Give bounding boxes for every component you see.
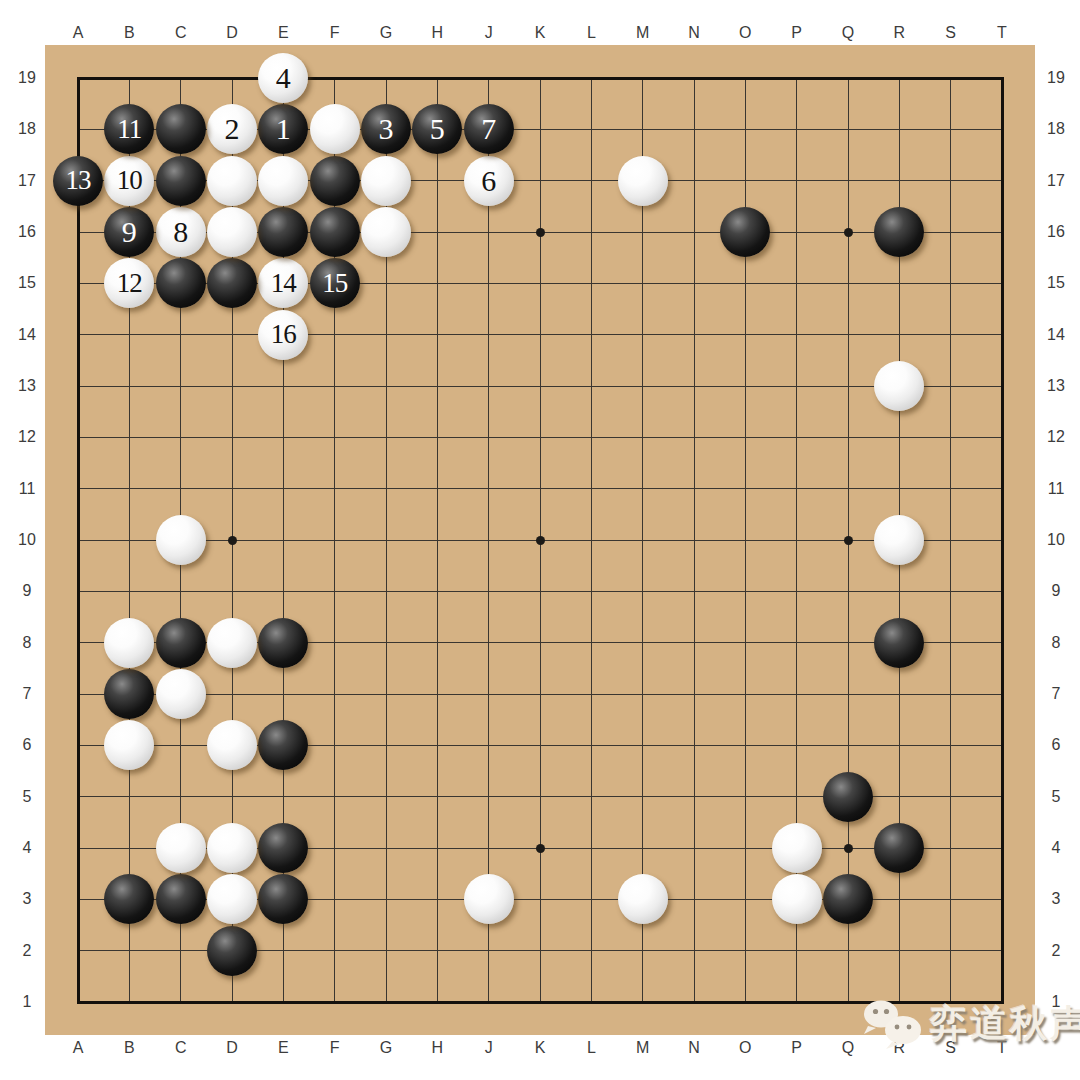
stone-black-O16 bbox=[720, 207, 770, 257]
stone-black-C15 bbox=[156, 258, 206, 308]
stone-white-C7 bbox=[156, 669, 206, 719]
stone-black-R4 bbox=[874, 823, 924, 873]
stone-white-B8 bbox=[104, 618, 154, 668]
coord-label-bottom-M: M bbox=[626, 1038, 660, 1058]
stone-white-E19: 4 bbox=[258, 53, 308, 103]
stone-white-E17 bbox=[258, 156, 308, 206]
stone-white-P3 bbox=[772, 874, 822, 924]
coord-label-top-R: R bbox=[882, 23, 916, 43]
coord-label-left-1: 1 bbox=[10, 992, 44, 1012]
stone-black-F16 bbox=[310, 207, 360, 257]
star-point-D10 bbox=[228, 536, 237, 545]
move-number: 11 bbox=[117, 116, 141, 143]
stone-black-F17 bbox=[310, 156, 360, 206]
coord-label-left-11: 11 bbox=[10, 479, 44, 499]
coord-label-bottom-K: K bbox=[523, 1038, 557, 1058]
star-point-Q10 bbox=[844, 536, 853, 545]
move-number: 5 bbox=[430, 114, 445, 144]
stone-black-B16: 9 bbox=[104, 207, 154, 257]
star-point-K16 bbox=[536, 228, 545, 237]
stone-white-G17 bbox=[361, 156, 411, 206]
stone-white-E14: 16 bbox=[258, 310, 308, 360]
star-point-Q16 bbox=[844, 228, 853, 237]
stone-white-J3 bbox=[464, 874, 514, 924]
move-number: 10 bbox=[117, 167, 142, 194]
stone-black-E4 bbox=[258, 823, 308, 873]
coord-label-top-B: B bbox=[112, 23, 146, 43]
coord-label-left-13: 13 bbox=[10, 376, 44, 396]
coord-label-left-3: 3 bbox=[10, 889, 44, 909]
move-number: 9 bbox=[122, 217, 137, 247]
stone-black-E8 bbox=[258, 618, 308, 668]
stone-black-E16 bbox=[258, 207, 308, 257]
coord-label-right-19: 19 bbox=[1039, 68, 1073, 88]
stone-white-C4 bbox=[156, 823, 206, 873]
coord-label-right-9: 9 bbox=[1039, 581, 1073, 601]
watermark-text: 弈道秋声 bbox=[930, 999, 1080, 1049]
move-number: 12 bbox=[117, 270, 142, 297]
move-number: 13 bbox=[66, 167, 91, 194]
coord-label-bottom-N: N bbox=[677, 1038, 711, 1058]
coord-label-bottom-L: L bbox=[574, 1038, 608, 1058]
move-number: 2 bbox=[225, 114, 240, 144]
coord-label-bottom-J: J bbox=[472, 1038, 506, 1058]
coord-label-right-7: 7 bbox=[1039, 684, 1073, 704]
coord-label-right-3: 3 bbox=[1039, 889, 1073, 909]
coord-label-top-H: H bbox=[420, 23, 454, 43]
coord-label-bottom-B: B bbox=[112, 1038, 146, 1058]
stone-black-D2 bbox=[207, 926, 257, 976]
coord-label-top-P: P bbox=[780, 23, 814, 43]
coord-label-left-6: 6 bbox=[10, 735, 44, 755]
coord-label-left-14: 14 bbox=[10, 325, 44, 345]
stone-black-C3 bbox=[156, 874, 206, 924]
coord-label-bottom-D: D bbox=[215, 1038, 249, 1058]
stone-black-R8 bbox=[874, 618, 924, 668]
stone-black-A17: 13 bbox=[53, 156, 103, 206]
stone-white-J17: 6 bbox=[464, 156, 514, 206]
stone-black-Q5 bbox=[823, 772, 873, 822]
stone-black-J18: 7 bbox=[464, 104, 514, 154]
stone-black-F15: 15 bbox=[310, 258, 360, 308]
coord-label-top-T: T bbox=[985, 23, 1019, 43]
coord-label-right-18: 18 bbox=[1039, 119, 1073, 139]
stone-white-G16 bbox=[361, 207, 411, 257]
star-point-K10 bbox=[536, 536, 545, 545]
stone-black-G18: 3 bbox=[361, 104, 411, 154]
coord-label-top-Q: Q bbox=[831, 23, 865, 43]
stone-black-D15 bbox=[207, 258, 257, 308]
star-point-Q4 bbox=[844, 844, 853, 853]
stone-black-Q3 bbox=[823, 874, 873, 924]
stone-black-C8 bbox=[156, 618, 206, 668]
coord-label-top-S: S bbox=[934, 23, 968, 43]
stone-white-R13 bbox=[874, 361, 924, 411]
coord-label-right-6: 6 bbox=[1039, 735, 1073, 755]
coord-label-left-9: 9 bbox=[10, 581, 44, 601]
stone-white-C10 bbox=[156, 515, 206, 565]
move-number: 8 bbox=[173, 217, 188, 247]
coord-label-top-D: D bbox=[215, 23, 249, 43]
move-number: 4 bbox=[276, 63, 291, 93]
coord-label-right-13: 13 bbox=[1039, 376, 1073, 396]
coord-label-left-15: 15 bbox=[10, 273, 44, 293]
coord-label-bottom-C: C bbox=[164, 1038, 198, 1058]
stone-white-D18: 2 bbox=[207, 104, 257, 154]
stone-black-R16 bbox=[874, 207, 924, 257]
wechat-icon bbox=[862, 999, 924, 1049]
coord-label-right-4: 4 bbox=[1039, 838, 1073, 858]
coord-label-bottom-E: E bbox=[266, 1038, 300, 1058]
coord-label-left-16: 16 bbox=[10, 222, 44, 242]
move-number: 7 bbox=[481, 114, 496, 144]
coord-label-top-M: M bbox=[626, 23, 660, 43]
move-number: 1 bbox=[276, 114, 291, 144]
coord-label-right-14: 14 bbox=[1039, 325, 1073, 345]
stone-white-C16: 8 bbox=[156, 207, 206, 257]
coord-label-left-7: 7 bbox=[10, 684, 44, 704]
stone-white-P4 bbox=[772, 823, 822, 873]
coord-label-right-12: 12 bbox=[1039, 427, 1073, 447]
stone-black-C17 bbox=[156, 156, 206, 206]
coord-label-right-8: 8 bbox=[1039, 633, 1073, 653]
coord-label-right-17: 17 bbox=[1039, 171, 1073, 191]
move-number: 15 bbox=[322, 270, 347, 297]
stone-black-C18 bbox=[156, 104, 206, 154]
coord-label-top-J: J bbox=[472, 23, 506, 43]
coord-label-right-5: 5 bbox=[1039, 787, 1073, 807]
stone-white-R10 bbox=[874, 515, 924, 565]
coord-label-top-A: A bbox=[61, 23, 95, 43]
coord-label-bottom-H: H bbox=[420, 1038, 454, 1058]
stone-white-M17 bbox=[618, 156, 668, 206]
stone-white-D3 bbox=[207, 874, 257, 924]
stone-black-B7 bbox=[104, 669, 154, 719]
coord-label-right-10: 10 bbox=[1039, 530, 1073, 550]
stone-white-B17: 10 bbox=[104, 156, 154, 206]
coord-label-left-19: 19 bbox=[10, 68, 44, 88]
coord-label-bottom-F: F bbox=[318, 1038, 352, 1058]
star-point-K4 bbox=[536, 844, 545, 853]
stone-white-D17 bbox=[207, 156, 257, 206]
coord-label-left-8: 8 bbox=[10, 633, 44, 653]
coord-label-bottom-P: P bbox=[780, 1038, 814, 1058]
coord-label-right-15: 15 bbox=[1039, 273, 1073, 293]
coord-label-top-F: F bbox=[318, 23, 352, 43]
coord-label-top-K: K bbox=[523, 23, 557, 43]
move-number: 3 bbox=[379, 114, 394, 144]
coord-label-right-16: 16 bbox=[1039, 222, 1073, 242]
coord-label-top-N: N bbox=[677, 23, 711, 43]
coord-label-bottom-O: O bbox=[728, 1038, 762, 1058]
coord-label-left-5: 5 bbox=[10, 787, 44, 807]
coord-label-left-12: 12 bbox=[10, 427, 44, 447]
coord-label-top-O: O bbox=[728, 23, 762, 43]
coord-label-bottom-Q: Q bbox=[831, 1038, 865, 1058]
move-number: 16 bbox=[271, 321, 296, 348]
coord-label-right-11: 11 bbox=[1039, 479, 1073, 499]
move-number: 14 bbox=[271, 270, 296, 297]
coord-label-bottom-G: G bbox=[369, 1038, 403, 1058]
coord-label-top-G: G bbox=[369, 23, 403, 43]
stone-white-D16 bbox=[207, 207, 257, 257]
stone-white-D6 bbox=[207, 720, 257, 770]
coord-label-left-17: 17 bbox=[10, 171, 44, 191]
stone-white-M3 bbox=[618, 874, 668, 924]
coord-label-top-C: C bbox=[164, 23, 198, 43]
stone-white-F18 bbox=[310, 104, 360, 154]
coord-label-top-E: E bbox=[266, 23, 300, 43]
coord-label-left-4: 4 bbox=[10, 838, 44, 858]
coord-label-bottom-A: A bbox=[61, 1038, 95, 1058]
move-number: 6 bbox=[481, 166, 496, 196]
coord-label-right-2: 2 bbox=[1039, 941, 1073, 961]
coord-label-left-2: 2 bbox=[10, 941, 44, 961]
coord-label-top-L: L bbox=[574, 23, 608, 43]
stone-white-D4 bbox=[207, 823, 257, 873]
stone-white-D8 bbox=[207, 618, 257, 668]
coord-label-left-18: 18 bbox=[10, 119, 44, 139]
watermark: 弈道秋声 bbox=[862, 998, 1080, 1050]
go-diagram: AABBCCDDEEFFGGHHJJKKLLMMNNOOPPQQRRSSTT19… bbox=[0, 0, 1080, 1080]
coord-label-left-10: 10 bbox=[10, 530, 44, 550]
